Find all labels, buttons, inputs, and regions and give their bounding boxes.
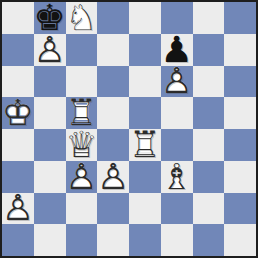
- square-b2[interactable]: [34, 193, 66, 225]
- square-f3[interactable]: ♝♗: [161, 161, 193, 193]
- piece-white-pawn: ♟♙: [66, 161, 98, 193]
- square-d7[interactable]: [97, 34, 129, 66]
- square-f5[interactable]: [161, 97, 193, 129]
- square-b6[interactable]: [34, 66, 66, 98]
- square-b5[interactable]: [34, 97, 66, 129]
- square-c2[interactable]: [66, 193, 98, 225]
- square-d6[interactable]: [97, 66, 129, 98]
- square-g1[interactable]: [193, 224, 225, 256]
- square-h1[interactable]: [224, 224, 256, 256]
- square-h3[interactable]: [224, 161, 256, 193]
- square-h2[interactable]: [224, 193, 256, 225]
- square-g5[interactable]: [193, 97, 225, 129]
- square-h7[interactable]: [224, 34, 256, 66]
- piece-white-pawn: ♟♙: [2, 193, 34, 225]
- square-h4[interactable]: [224, 129, 256, 161]
- square-h6[interactable]: [224, 66, 256, 98]
- piece-white-bishop: ♝♗: [161, 161, 193, 193]
- square-g4[interactable]: [193, 129, 225, 161]
- piece-white-king: ♚♔: [2, 97, 34, 129]
- chess-diagram: ♚♞♘♟♙♟♟♙♚♔♜♖♛♕♜♖♟♙♟♙♝♗♟♙: [0, 0, 258, 258]
- square-a8[interactable]: [2, 2, 34, 34]
- chess-board: ♚♞♘♟♙♟♟♙♚♔♜♖♛♕♜♖♟♙♟♙♝♗♟♙: [0, 0, 258, 258]
- square-d2[interactable]: [97, 193, 129, 225]
- square-h8[interactable]: [224, 2, 256, 34]
- square-d3[interactable]: ♟♙: [97, 161, 129, 193]
- square-b7[interactable]: ♟♙: [34, 34, 66, 66]
- square-c1[interactable]: [66, 224, 98, 256]
- square-c8[interactable]: ♞♘: [66, 2, 98, 34]
- piece-white-knight: ♞♘: [66, 2, 98, 34]
- square-e3[interactable]: [129, 161, 161, 193]
- square-e4[interactable]: ♜♖: [129, 129, 161, 161]
- square-g7[interactable]: [193, 34, 225, 66]
- piece-white-rook: ♜♖: [129, 129, 161, 161]
- square-b4[interactable]: [34, 129, 66, 161]
- square-e1[interactable]: [129, 224, 161, 256]
- square-g3[interactable]: [193, 161, 225, 193]
- square-a5[interactable]: ♚♔: [2, 97, 34, 129]
- square-g8[interactable]: [193, 2, 225, 34]
- square-a1[interactable]: [2, 224, 34, 256]
- piece-white-pawn: ♟♙: [34, 34, 66, 66]
- square-e7[interactable]: [129, 34, 161, 66]
- square-c3[interactable]: ♟♙: [66, 161, 98, 193]
- piece-white-pawn: ♟♙: [161, 66, 193, 98]
- square-g2[interactable]: [193, 193, 225, 225]
- square-h5[interactable]: [224, 97, 256, 129]
- square-b3[interactable]: [34, 161, 66, 193]
- square-e6[interactable]: [129, 66, 161, 98]
- piece-white-pawn: ♟♙: [97, 161, 129, 193]
- square-e8[interactable]: [129, 2, 161, 34]
- square-f6[interactable]: ♟♙: [161, 66, 193, 98]
- square-b1[interactable]: [34, 224, 66, 256]
- square-a2[interactable]: ♟♙: [2, 193, 34, 225]
- square-a4[interactable]: [2, 129, 34, 161]
- square-f2[interactable]: [161, 193, 193, 225]
- square-c7[interactable]: [66, 34, 98, 66]
- square-d1[interactable]: [97, 224, 129, 256]
- square-f1[interactable]: [161, 224, 193, 256]
- square-d8[interactable]: [97, 2, 129, 34]
- square-e2[interactable]: [129, 193, 161, 225]
- square-d5[interactable]: [97, 97, 129, 129]
- square-g6[interactable]: [193, 66, 225, 98]
- square-a7[interactable]: [2, 34, 34, 66]
